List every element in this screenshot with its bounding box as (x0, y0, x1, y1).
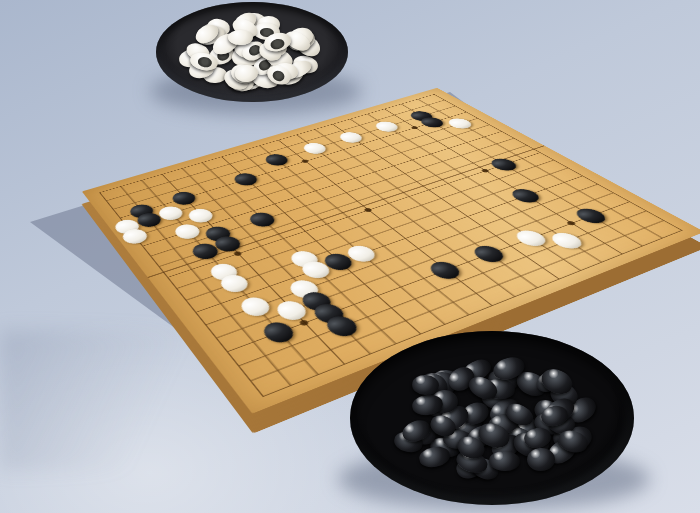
stone-black-c4-r9 (211, 234, 245, 254)
stone-white-c15-r17 (547, 230, 588, 251)
white-stone-bowl (156, 2, 348, 102)
tilted-stone-gap (270, 38, 285, 50)
stone-black-c5-r17 (321, 313, 362, 340)
stone-black-c4-r8 (202, 224, 235, 244)
stone-white-c3-r11 (207, 261, 243, 283)
stone-white-c5-r14 (285, 278, 323, 302)
bowl-stone-black (411, 374, 439, 396)
star-point (440, 267, 451, 273)
black-stone-bowl (350, 331, 634, 505)
stone-white-c3-r14 (237, 295, 275, 320)
stone-white-c4-r15 (272, 298, 311, 323)
stone-white-c6-r13 (297, 259, 334, 281)
tilted-stone-gap (197, 57, 212, 69)
stone-black-c3-r16 (259, 319, 299, 346)
star-point (566, 220, 577, 225)
bowl-stone-black (526, 448, 554, 471)
star-point (233, 251, 243, 257)
star-point (298, 319, 309, 326)
stone-black-c10-r16 (425, 259, 465, 282)
stone-black-c12-r16 (469, 243, 509, 265)
stone-black-c5-r15 (297, 289, 336, 314)
stone-white-c3-r12 (216, 272, 252, 295)
stone-black-c7-r13 (320, 251, 357, 273)
photo-scene (0, 0, 700, 513)
stone-white-c14-r16 (511, 228, 551, 249)
stone-white-c6-r12 (286, 248, 322, 270)
stone-white-c8-r13 (343, 243, 380, 264)
stone-black-c17-r16 (571, 206, 611, 226)
stone-black-c3-r9 (188, 241, 222, 262)
tilted-stone-gap (271, 70, 286, 84)
bowl-stone-black (489, 451, 520, 471)
stone-black-c5-r16 (309, 301, 349, 327)
